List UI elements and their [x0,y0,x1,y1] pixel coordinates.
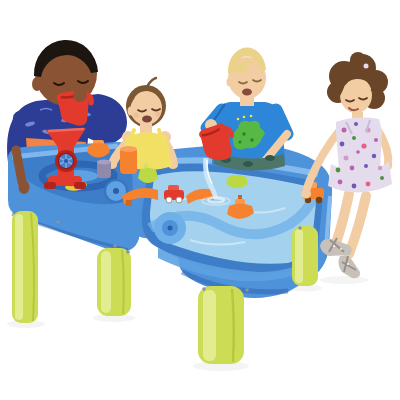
boy-dark-hand [73,88,87,102]
purple-cup [97,160,111,179]
left-roundabout-hole [113,188,119,194]
silver-sandal [320,238,352,256]
boy-dark-left-sleeve [16,118,20,150]
boy-dark-ear [32,77,42,91]
scene-svg [0,0,400,400]
table-leg [292,226,318,286]
girl-center-blush [133,112,138,117]
silver-sandal [338,256,360,279]
hair-clip [364,64,369,69]
girl-right-hand [301,190,311,199]
table-leg [97,248,131,316]
girl-center-ear [128,107,135,116]
table-leg [198,286,244,364]
product-photo [0,0,400,400]
orange-cup [120,146,137,174]
boy-blond-ear [227,78,234,87]
boy-dark-left-forearm [16,150,22,182]
floor-shadows [7,276,368,371]
girl-center-blush [155,111,160,116]
girl-center-smile [142,116,152,123]
boy-dark-left-hand [19,180,30,194]
water-table [8,142,332,364]
girl-right-front-leg [337,194,349,240]
table-leg [12,211,38,323]
girl-center-neck [140,124,152,133]
right-roundabout-hole [168,226,173,231]
girl-center-hair-wisp [148,78,156,85]
boy-blond-smile [242,89,252,96]
